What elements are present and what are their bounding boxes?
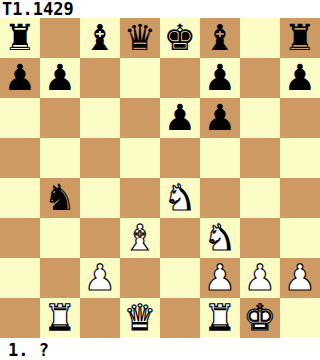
square-g8[interactable]: [240, 18, 280, 58]
square-e1[interactable]: [160, 298, 200, 338]
square-h7[interactable]: ♟: [280, 58, 320, 98]
square-b3[interactable]: [40, 218, 80, 258]
piece-white-knight: ♞: [164, 178, 196, 218]
square-e7[interactable]: [160, 58, 200, 98]
square-f5[interactable]: [200, 138, 240, 178]
square-a8[interactable]: ♜: [0, 18, 40, 58]
move-prompt: 1. ?: [0, 338, 320, 360]
status-bar: 1. ?: [0, 338, 320, 360]
piece-black-rook: ♜: [284, 18, 316, 58]
square-c2[interactable]: ♟: [80, 258, 120, 298]
piece-black-bishop: ♝: [204, 18, 236, 58]
piece-black-pawn: ♟: [284, 58, 316, 98]
square-e8[interactable]: ♚: [160, 18, 200, 58]
square-h2[interactable]: ♟: [280, 258, 320, 298]
title-bar: T1.1429: [0, 0, 320, 18]
piece-black-bishop: ♝: [84, 18, 116, 58]
square-c3[interactable]: [80, 218, 120, 258]
square-d5[interactable]: [120, 138, 160, 178]
square-a4[interactable]: [0, 178, 40, 218]
square-h1[interactable]: [280, 298, 320, 338]
piece-white-pawn: ♟: [244, 258, 276, 298]
piece-black-pawn: ♟: [204, 58, 236, 98]
square-c7[interactable]: [80, 58, 120, 98]
square-c6[interactable]: [80, 98, 120, 138]
square-d7[interactable]: [120, 58, 160, 98]
square-b1[interactable]: ♜: [40, 298, 80, 338]
square-d2[interactable]: [120, 258, 160, 298]
piece-black-rook: ♜: [4, 18, 36, 58]
square-g1[interactable]: ♚: [240, 298, 280, 338]
square-d1[interactable]: ♛: [120, 298, 160, 338]
piece-black-pawn: ♟: [44, 58, 76, 98]
square-a7[interactable]: ♟: [0, 58, 40, 98]
piece-white-queen: ♛: [124, 298, 156, 338]
square-d8[interactable]: ♛: [120, 18, 160, 58]
square-h4[interactable]: [280, 178, 320, 218]
square-h6[interactable]: [280, 98, 320, 138]
square-g2[interactable]: ♟: [240, 258, 280, 298]
square-e3[interactable]: [160, 218, 200, 258]
square-b6[interactable]: [40, 98, 80, 138]
piece-white-pawn: ♟: [284, 258, 316, 298]
square-a3[interactable]: [0, 218, 40, 258]
square-e5[interactable]: [160, 138, 200, 178]
square-f7[interactable]: ♟: [200, 58, 240, 98]
square-e6[interactable]: ♟: [160, 98, 200, 138]
square-f1[interactable]: ♜: [200, 298, 240, 338]
square-c1[interactable]: [80, 298, 120, 338]
square-a2[interactable]: [0, 258, 40, 298]
piece-white-king: ♚: [244, 298, 276, 338]
square-g7[interactable]: [240, 58, 280, 98]
square-f6[interactable]: ♟: [200, 98, 240, 138]
piece-white-rook: ♜: [44, 298, 76, 338]
piece-white-pawn: ♟: [84, 258, 116, 298]
square-e4[interactable]: ♞: [160, 178, 200, 218]
piece-white-bishop: ♝: [124, 218, 156, 258]
piece-black-king: ♚: [164, 18, 196, 58]
square-h5[interactable]: [280, 138, 320, 178]
square-e2[interactable]: [160, 258, 200, 298]
square-a6[interactable]: [0, 98, 40, 138]
square-d4[interactable]: [120, 178, 160, 218]
square-h3[interactable]: [280, 218, 320, 258]
piece-black-pawn: ♟: [164, 98, 196, 138]
piece-black-knight: ♞: [44, 178, 76, 218]
piece-black-pawn: ♟: [4, 58, 36, 98]
square-d6[interactable]: [120, 98, 160, 138]
piece-white-rook: ♜: [204, 298, 236, 338]
square-g3[interactable]: [240, 218, 280, 258]
square-f3[interactable]: ♞: [200, 218, 240, 258]
square-b2[interactable]: [40, 258, 80, 298]
piece-white-pawn: ♟: [204, 258, 236, 298]
square-b4[interactable]: ♞: [40, 178, 80, 218]
square-h8[interactable]: ♜: [280, 18, 320, 58]
square-b8[interactable]: [40, 18, 80, 58]
square-g4[interactable]: [240, 178, 280, 218]
square-f4[interactable]: [200, 178, 240, 218]
piece-black-pawn: ♟: [204, 98, 236, 138]
piece-white-knight: ♞: [204, 218, 236, 258]
square-g5[interactable]: [240, 138, 280, 178]
square-g6[interactable]: [240, 98, 280, 138]
square-c5[interactable]: [80, 138, 120, 178]
square-f2[interactable]: ♟: [200, 258, 240, 298]
square-c8[interactable]: ♝: [80, 18, 120, 58]
square-c4[interactable]: [80, 178, 120, 218]
chess-board: ♜♝♛♚♝♜♟♟♟♟♟♟♞♞♝♞♟♟♟♟♜♛♜♚: [0, 18, 320, 338]
square-a5[interactable]: [0, 138, 40, 178]
puzzle-id: T1.1429: [0, 0, 74, 18]
square-d3[interactable]: ♝: [120, 218, 160, 258]
square-a1[interactable]: [0, 298, 40, 338]
chess-puzzle-app: T1.1429 ♜♝♛♚♝♜♟♟♟♟♟♟♞♞♝♞♟♟♟♟♜♛♜♚ 1. ?: [0, 0, 320, 360]
square-f8[interactable]: ♝: [200, 18, 240, 58]
square-b7[interactable]: ♟: [40, 58, 80, 98]
piece-black-queen: ♛: [124, 18, 156, 58]
square-b5[interactable]: [40, 138, 80, 178]
